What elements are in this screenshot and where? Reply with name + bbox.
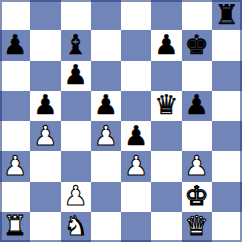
square-d6[interactable] (91, 61, 121, 91)
square-f7[interactable]: ♟ (151, 30, 181, 60)
square-h5[interactable] (212, 91, 242, 121)
square-c7[interactable]: ♝ (61, 30, 91, 60)
square-b3[interactable] (30, 151, 60, 181)
square-c8[interactable] (61, 0, 91, 30)
square-b7[interactable] (30, 30, 60, 60)
white-rook-piece: ♜ (3, 212, 27, 239)
square-g6[interactable] (182, 61, 212, 91)
square-a6[interactable] (0, 61, 30, 91)
black-pawn-piece: ♟ (185, 91, 209, 118)
square-h3[interactable] (212, 151, 242, 181)
chess-board-grid: ♜♟♝♟♚♟♟♟♛♟♟♟♟♟♟♟♟♚♜♞♛ (0, 0, 242, 242)
square-d5[interactable]: ♟ (91, 91, 121, 121)
square-d8[interactable] (91, 0, 121, 30)
square-d4[interactable]: ♟ (91, 121, 121, 151)
square-f5[interactable]: ♛ (151, 91, 181, 121)
square-g2[interactable]: ♚ (182, 182, 212, 212)
square-g7[interactable]: ♚ (182, 30, 212, 60)
square-f6[interactable] (151, 61, 181, 91)
white-pawn-piece: ♟ (64, 182, 88, 209)
square-e4[interactable]: ♟ (121, 121, 151, 151)
black-pawn-piece: ♟ (154, 31, 178, 58)
square-b1[interactable] (30, 212, 60, 242)
white-pawn-piece: ♟ (94, 122, 118, 149)
white-king-piece: ♚ (185, 182, 209, 209)
black-pawn-piece: ♟ (64, 61, 88, 88)
black-rook-piece: ♜ (215, 1, 239, 28)
square-c3[interactable] (61, 151, 91, 181)
square-f3[interactable] (151, 151, 181, 181)
square-f4[interactable] (151, 121, 181, 151)
black-queen-piece: ♛ (154, 91, 178, 118)
square-h6[interactable] (212, 61, 242, 91)
square-h1[interactable] (212, 212, 242, 242)
square-e1[interactable] (121, 212, 151, 242)
square-a8[interactable] (0, 0, 30, 30)
square-e2[interactable] (121, 182, 151, 212)
square-g1[interactable]: ♛ (182, 212, 212, 242)
square-c1[interactable]: ♞ (61, 212, 91, 242)
square-h8[interactable]: ♜ (212, 0, 242, 30)
square-g8[interactable] (182, 0, 212, 30)
square-c5[interactable] (61, 91, 91, 121)
square-b5[interactable]: ♟ (30, 91, 60, 121)
square-a3[interactable]: ♟ (0, 151, 30, 181)
black-bishop-piece: ♝ (64, 31, 88, 58)
square-g4[interactable] (182, 121, 212, 151)
square-b6[interactable] (30, 61, 60, 91)
square-g3[interactable]: ♟ (182, 151, 212, 181)
square-h2[interactable] (212, 182, 242, 212)
black-pawn-piece: ♟ (94, 91, 118, 118)
white-queen-piece: ♛ (185, 212, 209, 239)
square-a2[interactable] (0, 182, 30, 212)
white-pawn-piece: ♟ (185, 152, 209, 179)
square-d1[interactable] (91, 212, 121, 242)
square-f1[interactable] (151, 212, 181, 242)
square-f8[interactable] (151, 0, 181, 30)
square-h7[interactable] (212, 30, 242, 60)
square-b2[interactable] (30, 182, 60, 212)
chess-board: ♜♟♝♟♚♟♟♟♛♟♟♟♟♟♟♟♟♚♜♞♛ (0, 0, 242, 242)
square-e7[interactable] (121, 30, 151, 60)
square-f2[interactable] (151, 182, 181, 212)
square-a1[interactable]: ♜ (0, 212, 30, 242)
square-a4[interactable] (0, 121, 30, 151)
square-e3[interactable]: ♟ (121, 151, 151, 181)
square-e8[interactable] (121, 0, 151, 30)
square-g5[interactable]: ♟ (182, 91, 212, 121)
square-a5[interactable] (0, 91, 30, 121)
square-c4[interactable] (61, 121, 91, 151)
black-king-piece: ♚ (185, 31, 209, 58)
white-pawn-piece: ♟ (33, 122, 57, 149)
square-d2[interactable] (91, 182, 121, 212)
black-pawn-piece: ♟ (124, 122, 148, 149)
square-e5[interactable] (121, 91, 151, 121)
square-b4[interactable]: ♟ (30, 121, 60, 151)
square-e6[interactable] (121, 61, 151, 91)
square-c2[interactable]: ♟ (61, 182, 91, 212)
white-pawn-piece: ♟ (3, 152, 27, 179)
white-pawn-piece: ♟ (124, 152, 148, 179)
square-c6[interactable]: ♟ (61, 61, 91, 91)
white-knight-piece: ♞ (64, 212, 88, 239)
black-pawn-piece: ♟ (3, 31, 27, 58)
square-a7[interactable]: ♟ (0, 30, 30, 60)
square-b8[interactable] (30, 0, 60, 30)
square-h4[interactable] (212, 121, 242, 151)
square-d7[interactable] (91, 30, 121, 60)
square-d3[interactable] (91, 151, 121, 181)
black-pawn-piece: ♟ (33, 91, 57, 118)
